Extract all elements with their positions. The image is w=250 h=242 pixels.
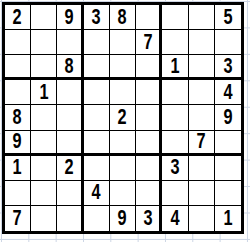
cell-r4c2[interactable]: 1	[31, 80, 57, 105]
given-digit: 9	[65, 6, 74, 29]
given-digit: 1	[39, 81, 48, 104]
cell-r4c7[interactable]	[162, 80, 188, 105]
given-digit: 8	[13, 106, 22, 129]
given-digit: 7	[13, 207, 22, 230]
cell-r1c4[interactable]: 3	[84, 5, 110, 30]
cell-r1c5[interactable]: 8	[110, 5, 136, 30]
given-digit: 9	[13, 131, 22, 154]
cell-r7c9[interactable]	[215, 156, 241, 181]
cell-r5c9[interactable]: 9	[215, 105, 241, 130]
cell-r3c3[interactable]: 8	[57, 55, 83, 80]
given-digit: 4	[170, 207, 179, 230]
spreadsheet-background: 2938578131482997123479341	[0, 0, 250, 242]
cell-r4c1[interactable]	[5, 80, 31, 105]
cell-r5c4[interactable]	[84, 105, 110, 130]
cell-r4c4[interactable]	[84, 80, 110, 105]
cell-r9c9[interactable]: 1	[215, 206, 241, 231]
cell-r8c9[interactable]	[215, 181, 241, 206]
cell-r1c7[interactable]	[162, 5, 188, 30]
cell-r6c9[interactable]	[215, 131, 241, 156]
cell-r7c2[interactable]	[31, 156, 57, 181]
given-digit: 2	[13, 6, 22, 29]
cell-r3c8[interactable]	[189, 55, 215, 80]
cell-r9c1[interactable]: 7	[5, 206, 31, 231]
cell-r3c6[interactable]	[136, 55, 162, 80]
cell-r6c6[interactable]	[136, 131, 162, 156]
given-digit: 3	[170, 156, 179, 179]
cell-r6c2[interactable]	[31, 131, 57, 156]
given-digit: 3	[223, 55, 232, 78]
given-digit: 2	[118, 106, 127, 129]
cell-r5c6[interactable]	[136, 105, 162, 130]
cell-r2c8[interactable]	[189, 30, 215, 55]
cell-r1c3[interactable]: 9	[57, 5, 83, 30]
cell-r8c1[interactable]	[5, 181, 31, 206]
cell-r9c6[interactable]: 3	[136, 206, 162, 231]
cell-r5c3[interactable]	[57, 105, 83, 130]
sudoku-board: 2938578131482997123479341	[2, 2, 244, 234]
cell-r3c7[interactable]: 1	[162, 55, 188, 80]
cell-r7c5[interactable]	[110, 156, 136, 181]
cell-r8c8[interactable]	[189, 181, 215, 206]
given-digit: 8	[65, 55, 74, 78]
given-digit: 7	[143, 31, 152, 54]
given-digit: 7	[197, 131, 206, 154]
cell-r4c3[interactable]	[57, 80, 83, 105]
cell-r6c5[interactable]	[110, 131, 136, 156]
cell-r6c8[interactable]: 7	[189, 131, 215, 156]
given-digit: 3	[143, 207, 152, 230]
cell-r7c1[interactable]: 1	[5, 156, 31, 181]
cell-r1c8[interactable]	[189, 5, 215, 30]
cell-r8c6[interactable]	[136, 181, 162, 206]
given-digit: 1	[13, 156, 22, 179]
cell-r3c5[interactable]	[110, 55, 136, 80]
cell-r7c4[interactable]	[84, 156, 110, 181]
given-digit: 4	[223, 81, 232, 104]
cell-r6c7[interactable]	[162, 131, 188, 156]
cell-r4c8[interactable]	[189, 80, 215, 105]
cell-r3c1[interactable]	[5, 55, 31, 80]
cell-r2c4[interactable]	[84, 30, 110, 55]
cell-r7c8[interactable]	[189, 156, 215, 181]
cell-r8c3[interactable]	[57, 181, 83, 206]
cell-r9c3[interactable]	[57, 206, 83, 231]
cell-r7c6[interactable]	[136, 156, 162, 181]
cell-r5c7[interactable]	[162, 105, 188, 130]
given-digit: 9	[223, 106, 232, 129]
cell-r9c4[interactable]	[84, 206, 110, 231]
cell-r2c6[interactable]: 7	[136, 30, 162, 55]
cell-r4c5[interactable]	[110, 80, 136, 105]
cell-r1c2[interactable]	[31, 5, 57, 30]
cell-r6c4[interactable]	[84, 131, 110, 156]
cell-r2c3[interactable]	[57, 30, 83, 55]
cell-r9c5[interactable]: 9	[110, 206, 136, 231]
cell-r6c1[interactable]: 9	[5, 131, 31, 156]
cell-r4c9[interactable]: 4	[215, 80, 241, 105]
cell-r4c6[interactable]	[136, 80, 162, 105]
cell-r3c2[interactable]	[31, 55, 57, 80]
cell-r7c3[interactable]: 2	[57, 156, 83, 181]
cell-r7c7[interactable]: 3	[162, 156, 188, 181]
cell-r9c2[interactable]	[31, 206, 57, 231]
cell-r1c6[interactable]	[136, 5, 162, 30]
cell-r2c5[interactable]	[110, 30, 136, 55]
given-digit: 4	[92, 181, 101, 204]
given-digit: 1	[170, 55, 179, 78]
cell-r3c9[interactable]: 3	[215, 55, 241, 80]
cell-r5c8[interactable]	[189, 105, 215, 130]
given-digit: 5	[223, 6, 232, 29]
cell-r5c5[interactable]: 2	[110, 105, 136, 130]
cell-r9c8[interactable]	[189, 206, 215, 231]
given-digit: 9	[118, 207, 127, 230]
cell-r9c7[interactable]: 4	[162, 206, 188, 231]
cell-r8c4[interactable]: 4	[84, 181, 110, 206]
cell-r8c7[interactable]	[162, 181, 188, 206]
cell-r2c2[interactable]	[31, 30, 57, 55]
cell-r5c1[interactable]: 8	[5, 105, 31, 130]
cell-r1c9[interactable]: 5	[215, 5, 241, 30]
given-digit: 2	[65, 156, 74, 179]
cell-r1c1[interactable]: 2	[5, 5, 31, 30]
cell-r2c1[interactable]	[5, 30, 31, 55]
cell-r6c3[interactable]	[57, 131, 83, 156]
cell-r5c2[interactable]	[31, 105, 57, 130]
cell-r2c9[interactable]	[215, 30, 241, 55]
cell-r8c5[interactable]	[110, 181, 136, 206]
given-digit: 1	[223, 207, 232, 230]
given-digit: 3	[92, 6, 101, 29]
cell-r8c2[interactable]	[31, 181, 57, 206]
given-digit: 8	[118, 6, 127, 29]
cell-r2c7[interactable]	[162, 30, 188, 55]
cell-r3c4[interactable]	[84, 55, 110, 80]
